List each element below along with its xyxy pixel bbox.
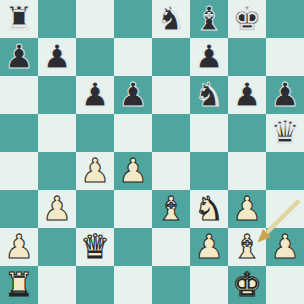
black-knight-f6[interactable]: ♞ [194,76,224,114]
square-d5[interactable] [114,114,152,152]
square-g2[interactable]: ♝ [228,228,266,266]
white-bishop-e3[interactable]: ♝ [156,190,186,228]
square-a8[interactable]: ♜ [0,0,38,38]
black-knight-e8[interactable]: ♞ [156,0,186,38]
square-f6[interactable]: ♞ [190,76,228,114]
square-h4[interactable] [266,152,304,190]
square-g8[interactable]: ♚ [228,0,266,38]
white-pawn-h2[interactable]: ♟ [270,228,300,266]
square-f8[interactable]: ♝ [190,0,228,38]
square-c3[interactable] [76,190,114,228]
square-f1[interactable] [190,266,228,304]
black-pawn-c6[interactable]: ♟ [80,76,110,114]
white-knight-f3[interactable]: ♞ [194,190,224,228]
square-e2[interactable] [152,228,190,266]
square-e7[interactable] [152,38,190,76]
white-bishop-g2[interactable]: ♝ [232,228,262,266]
square-a1[interactable]: ♜ [0,266,38,304]
square-b8[interactable] [38,0,76,38]
white-pawn-b3[interactable]: ♟ [42,190,72,228]
square-d3[interactable] [114,190,152,228]
white-pawn-d4[interactable]: ♟ [118,152,148,190]
square-a5[interactable] [0,114,38,152]
black-pawn-f7[interactable]: ♟ [194,38,224,76]
square-g4[interactable] [228,152,266,190]
square-a4[interactable] [0,152,38,190]
square-e8[interactable]: ♞ [152,0,190,38]
square-e4[interactable] [152,152,190,190]
square-h3[interactable] [266,190,304,228]
black-bishop-f8[interactable]: ♝ [194,0,224,38]
square-d8[interactable] [114,0,152,38]
square-c4[interactable]: ♟ [76,152,114,190]
square-d2[interactable] [114,228,152,266]
square-h6[interactable]: ♟ [266,76,304,114]
square-a2[interactable]: ♟ [0,228,38,266]
square-c1[interactable] [76,266,114,304]
square-g1[interactable]: ♚ [228,266,266,304]
square-c7[interactable] [76,38,114,76]
white-pawn-g3[interactable]: ♟ [232,190,262,228]
black-pawn-a7[interactable]: ♟ [4,38,34,76]
square-b6[interactable] [38,76,76,114]
chess-board-wrap: ♜♞♝♚♟♟♟♟♟♞♟♟♛♟♟♟♝♞♟♟♛♟♝♟♜♚ [0,0,304,304]
square-h5[interactable]: ♛ [266,114,304,152]
square-a7[interactable]: ♟ [0,38,38,76]
black-pawn-h6[interactable]: ♟ [270,76,300,114]
square-f5[interactable] [190,114,228,152]
black-pawn-g6[interactable]: ♟ [232,76,262,114]
square-c2[interactable]: ♛ [76,228,114,266]
square-f3[interactable]: ♞ [190,190,228,228]
square-c6[interactable]: ♟ [76,76,114,114]
black-king-g8[interactable]: ♚ [232,0,262,38]
white-pawn-c4[interactable]: ♟ [80,152,110,190]
square-e1[interactable] [152,266,190,304]
square-a6[interactable] [0,76,38,114]
square-d6[interactable]: ♟ [114,76,152,114]
square-d4[interactable]: ♟ [114,152,152,190]
square-g6[interactable]: ♟ [228,76,266,114]
black-queen-h5[interactable]: ♛ [270,114,300,152]
chess-board: ♜♞♝♚♟♟♟♟♟♞♟♟♛♟♟♟♝♞♟♟♛♟♝♟♜♚ [0,0,304,304]
square-h8[interactable] [266,0,304,38]
square-b7[interactable]: ♟ [38,38,76,76]
square-f4[interactable] [190,152,228,190]
black-rook-a8[interactable]: ♜ [4,0,34,38]
square-h1[interactable] [266,266,304,304]
white-queen-c2[interactable]: ♛ [80,228,110,266]
white-pawn-f2[interactable]: ♟ [194,228,224,266]
square-e3[interactable]: ♝ [152,190,190,228]
square-g5[interactable] [228,114,266,152]
square-c5[interactable] [76,114,114,152]
square-d7[interactable] [114,38,152,76]
black-pawn-d6[interactable]: ♟ [118,76,148,114]
square-f7[interactable]: ♟ [190,38,228,76]
square-f2[interactable]: ♟ [190,228,228,266]
square-g7[interactable] [228,38,266,76]
black-pawn-b7[interactable]: ♟ [42,38,72,76]
square-e6[interactable] [152,76,190,114]
square-c8[interactable] [76,0,114,38]
square-g3[interactable]: ♟ [228,190,266,228]
white-rook-a1[interactable]: ♜ [4,266,34,304]
square-b3[interactable]: ♟ [38,190,76,228]
white-king-g1[interactable]: ♚ [232,266,262,304]
square-h7[interactable] [266,38,304,76]
square-b1[interactable] [38,266,76,304]
square-b5[interactable] [38,114,76,152]
square-e5[interactable] [152,114,190,152]
square-b4[interactable] [38,152,76,190]
square-h2[interactable]: ♟ [266,228,304,266]
square-d1[interactable] [114,266,152,304]
square-a3[interactable] [0,190,38,228]
square-b2[interactable] [38,228,76,266]
white-pawn-a2[interactable]: ♟ [4,228,34,266]
